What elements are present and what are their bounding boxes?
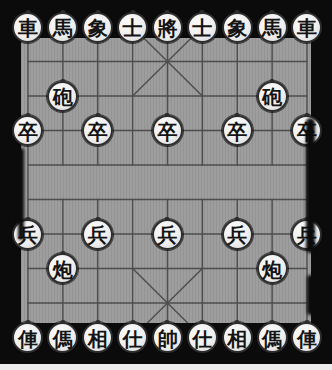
intersection-f7[interactable] — [185, 217, 220, 252]
piece-glyph: 卒 — [88, 121, 108, 141]
red-soldier[interactable]: 兵 — [152, 219, 183, 250]
intersection-i10[interactable]: 俥 — [290, 320, 325, 355]
intersection-h7[interactable] — [255, 217, 290, 252]
intersection-a6[interactable] — [11, 182, 46, 217]
black-horse[interactable]: 馬 — [257, 12, 288, 43]
intersection-h1[interactable]: 馬 — [255, 10, 290, 45]
intersection-d1[interactable]: 士 — [115, 10, 150, 45]
intersection-d9[interactable] — [115, 286, 150, 321]
black-cannon[interactable]: 砲 — [47, 81, 78, 112]
red-horse[interactable]: 傌 — [257, 322, 288, 353]
intersection-g4[interactable]: 卒 — [220, 113, 255, 148]
piece-glyph: 炮 — [262, 259, 282, 279]
piece-glyph: 將 — [157, 18, 177, 38]
intersection-h8[interactable]: 炮 — [255, 251, 290, 286]
xiangqi-diagram: 車馬象士將士象馬車砲砲卒卒卒卒卒兵兵兵兵兵炮炮俥傌相仕帥仕相傌俥 — [0, 0, 332, 370]
intersection-g8[interactable] — [220, 251, 255, 286]
black-soldier[interactable]: 卒 — [222, 115, 253, 146]
piece-glyph: 俥 — [297, 328, 317, 348]
intersection-c5[interactable] — [80, 148, 115, 183]
intersection-a5[interactable] — [11, 148, 46, 183]
intersection-e4[interactable]: 卒 — [150, 113, 185, 148]
intersection-e9[interactable] — [150, 286, 185, 321]
red-chariot[interactable]: 俥 — [12, 322, 43, 353]
intersection-i1[interactable]: 車 — [290, 10, 325, 45]
black-cannon[interactable]: 砲 — [257, 81, 288, 112]
piece-glyph: 兵 — [157, 225, 177, 245]
intersection-h4[interactable] — [255, 113, 290, 148]
black-general[interactable]: 將 — [152, 12, 183, 43]
intersection-f1[interactable]: 士 — [185, 10, 220, 45]
intersection-d10[interactable]: 仕 — [115, 320, 150, 355]
intersection-f9[interactable] — [185, 286, 220, 321]
intersection-a9[interactable] — [11, 286, 46, 321]
intersection-g3[interactable] — [220, 79, 255, 114]
intersection-c2[interactable] — [80, 44, 115, 79]
intersection-e8[interactable] — [150, 251, 185, 286]
piece-glyph: 砲 — [262, 87, 282, 107]
intersection-f5[interactable] — [185, 148, 220, 183]
piece-glyph: 卒 — [18, 121, 38, 141]
intersection-e1[interactable]: 將 — [150, 10, 185, 45]
piece-glyph: 炮 — [53, 259, 73, 279]
piece-glyph: 帥 — [157, 328, 177, 348]
piece-glyph: 砲 — [53, 87, 73, 107]
intersection-d5[interactable] — [115, 148, 150, 183]
intersection-h6[interactable] — [255, 182, 290, 217]
intersection-c8[interactable] — [80, 251, 115, 286]
black-soldier[interactable]: 卒 — [82, 115, 113, 146]
intersection-g10[interactable]: 相 — [220, 320, 255, 355]
piece-glyph: 傌 — [53, 328, 73, 348]
scan-noise-blob — [307, 275, 314, 315]
black-soldier[interactable]: 卒 — [152, 115, 183, 146]
piece-glyph: 兵 — [88, 225, 108, 245]
intersection-d4[interactable] — [115, 113, 150, 148]
intersection-a2[interactable] — [11, 44, 46, 79]
black-elephant[interactable]: 象 — [222, 12, 253, 43]
piece-glyph: 車 — [18, 18, 38, 38]
intersection-f3[interactable] — [185, 79, 220, 114]
intersection-f8[interactable] — [185, 251, 220, 286]
intersection-c9[interactable] — [80, 286, 115, 321]
red-chariot[interactable]: 俥 — [291, 322, 322, 353]
intersection-g6[interactable] — [220, 182, 255, 217]
piece-glyph: 傌 — [262, 328, 282, 348]
piece-glyph: 馬 — [262, 18, 282, 38]
red-elephant[interactable]: 相 — [82, 322, 113, 353]
intersection-i2[interactable] — [290, 44, 325, 79]
intersection-f6[interactable] — [185, 182, 220, 217]
piece-glyph: 仕 — [192, 328, 212, 348]
piece-glyph: 象 — [88, 18, 108, 38]
xiangqi-board: 車馬象士將士象馬車砲砲卒卒卒卒卒兵兵兵兵兵炮炮俥傌相仕帥仕相傌俥 — [11, 10, 325, 355]
scan-margin-strip — [0, 364, 332, 370]
intersection-g9[interactable] — [220, 286, 255, 321]
intersection-a10[interactable]: 俥 — [11, 320, 46, 355]
intersection-b3[interactable]: 砲 — [45, 79, 80, 114]
red-advisor[interactable]: 仕 — [117, 322, 148, 353]
piece-glyph: 士 — [123, 18, 143, 38]
intersection-c1[interactable]: 象 — [80, 10, 115, 45]
intersection-h5[interactable] — [255, 148, 290, 183]
intersection-h10[interactable]: 傌 — [255, 320, 290, 355]
intersection-g7[interactable]: 兵 — [220, 217, 255, 252]
intersection-b9[interactable] — [45, 286, 80, 321]
red-soldier[interactable]: 兵 — [222, 219, 253, 250]
intersection-a4[interactable]: 卒 — [11, 113, 46, 148]
red-cannon[interactable]: 炮 — [47, 253, 78, 284]
intersection-e3[interactable] — [150, 79, 185, 114]
intersection-f10[interactable]: 仕 — [185, 320, 220, 355]
intersection-e2[interactable] — [150, 44, 185, 79]
red-soldier[interactable]: 兵 — [82, 219, 113, 250]
intersection-d7[interactable] — [115, 217, 150, 252]
piece-glyph: 仕 — [123, 328, 143, 348]
intersection-e5[interactable] — [150, 148, 185, 183]
red-elephant[interactable]: 相 — [222, 322, 253, 353]
intersection-b10[interactable]: 傌 — [45, 320, 80, 355]
intersection-d2[interactable] — [115, 44, 150, 79]
black-soldier[interactable]: 卒 — [12, 115, 43, 146]
piece-glyph: 卒 — [227, 121, 247, 141]
intersection-a3[interactable] — [11, 79, 46, 114]
piece-glyph: 兵 — [227, 225, 247, 245]
black-advisor[interactable]: 士 — [117, 12, 148, 43]
intersection-a8[interactable] — [11, 251, 46, 286]
piece-glyph: 俥 — [18, 328, 38, 348]
intersection-d6[interactable] — [115, 182, 150, 217]
intersection-h2[interactable] — [255, 44, 290, 79]
piece-glyph: 相 — [227, 328, 247, 348]
intersection-a1[interactable]: 車 — [11, 10, 46, 45]
intersection-d3[interactable] — [115, 79, 150, 114]
intersection-b5[interactable] — [45, 148, 80, 183]
black-advisor[interactable]: 士 — [187, 12, 218, 43]
intersection-f2[interactable] — [185, 44, 220, 79]
intersection-g5[interactable] — [220, 148, 255, 183]
black-elephant[interactable]: 象 — [82, 12, 113, 43]
intersection-c10[interactable]: 相 — [80, 320, 115, 355]
intersection-h9[interactable] — [255, 286, 290, 321]
intersection-b2[interactable] — [45, 44, 80, 79]
intersection-a7[interactable]: 兵 — [11, 217, 46, 252]
red-cannon[interactable]: 炮 — [257, 253, 288, 284]
red-horse[interactable]: 傌 — [47, 322, 78, 353]
intersection-c4[interactable]: 卒 — [80, 113, 115, 148]
intersection-b1[interactable]: 馬 — [45, 10, 80, 45]
intersection-e6[interactable] — [150, 182, 185, 217]
piece-glyph: 卒 — [157, 121, 177, 141]
intersection-e10[interactable]: 帥 — [150, 320, 185, 355]
scan-noise-blob — [306, 118, 315, 253]
scan-noise-blob — [18, 148, 24, 240]
piece-glyph: 車 — [297, 18, 317, 38]
intersection-d8[interactable] — [115, 251, 150, 286]
intersection-i3[interactable] — [290, 79, 325, 114]
intersection-c3[interactable] — [80, 79, 115, 114]
piece-glyph: 馬 — [53, 18, 73, 38]
piece-glyph: 相 — [88, 328, 108, 348]
intersection-g2[interactable] — [220, 44, 255, 79]
intersection-c6[interactable] — [80, 182, 115, 217]
black-horse[interactable]: 馬 — [47, 12, 78, 43]
intersection-f4[interactable] — [185, 113, 220, 148]
intersection-g1[interactable]: 象 — [220, 10, 255, 45]
black-chariot[interactable]: 車 — [12, 12, 43, 43]
piece-glyph: 象 — [227, 18, 247, 38]
black-chariot[interactable]: 車 — [291, 12, 322, 43]
piece-glyph: 士 — [192, 18, 212, 38]
intersection-b4[interactable] — [45, 113, 80, 148]
intersection-c7[interactable]: 兵 — [80, 217, 115, 252]
red-general[interactable]: 帥 — [152, 322, 183, 353]
intersection-b6[interactable] — [45, 182, 80, 217]
intersection-e7[interactable]: 兵 — [150, 217, 185, 252]
intersection-b7[interactable] — [45, 217, 80, 252]
intersection-b8[interactable]: 炮 — [45, 251, 80, 286]
intersection-h3[interactable]: 砲 — [255, 79, 290, 114]
red-advisor[interactable]: 仕 — [187, 322, 218, 353]
